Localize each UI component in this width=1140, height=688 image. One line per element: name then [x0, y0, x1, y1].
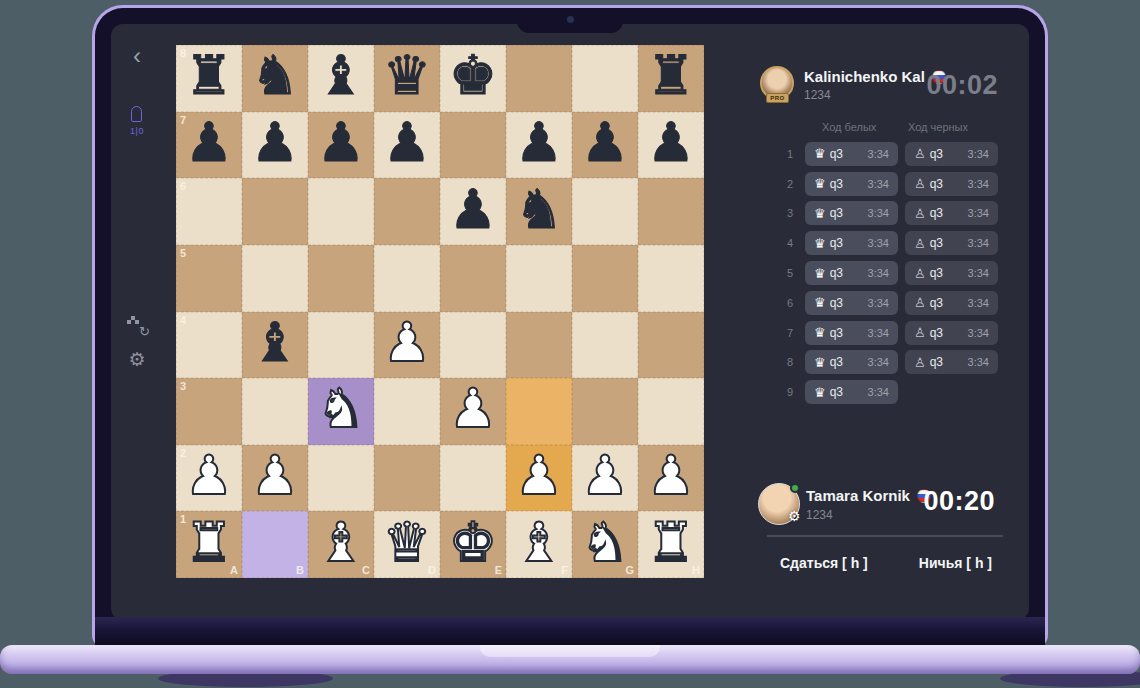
black-bishop: ♝	[317, 49, 365, 103]
white-move-2[interactable]: ♛q33:34	[805, 172, 898, 196]
move-text: q3	[830, 385, 843, 399]
white-move-1[interactable]: ♛q33:34	[805, 142, 898, 166]
move-list: 1♛q33:34♙q33:342♛q33:34♙q33:343♛q33:34♙q…	[783, 139, 998, 407]
time-control-label: 1|0	[122, 126, 152, 136]
pro-badge: PRO	[766, 93, 789, 103]
move-text: q3	[930, 147, 943, 161]
move-text: q3	[830, 296, 843, 310]
square-b7[interactable]: ♟	[242, 112, 308, 179]
square-b8[interactable]: ♞	[242, 45, 308, 112]
black-move-6[interactable]: ♙q33:34	[905, 291, 998, 315]
white-knight: ♞	[581, 516, 629, 570]
black-move-2[interactable]: ♙q33:34	[905, 172, 998, 196]
move-text: q3	[830, 147, 843, 161]
black-pawn: ♟	[185, 116, 233, 170]
square-f5[interactable]	[506, 245, 572, 312]
square-h3[interactable]	[638, 378, 704, 445]
back-button[interactable]: ‹	[126, 44, 148, 68]
move-text: q3	[930, 177, 943, 191]
move-time: 3:34	[968, 327, 989, 339]
square-g1[interactable]: G♞	[572, 511, 638, 578]
file-label: F	[561, 564, 568, 576]
file-label: G	[625, 564, 634, 576]
move-time: 3:34	[868, 207, 889, 219]
white-queen-icon: ♛	[814, 177, 826, 190]
square-e2[interactable]	[440, 445, 506, 512]
square-d6[interactable]	[374, 178, 440, 245]
move-row: 5♛q33:34♙q33:34	[783, 258, 998, 288]
move-number: 5	[783, 267, 797, 279]
black-move-5[interactable]: ♙q33:34	[905, 261, 998, 285]
black-pawn-icon: ♙	[914, 326, 926, 339]
square-h4[interactable]	[638, 312, 704, 379]
white-pawn: ♟	[251, 449, 299, 503]
move-time: 3:34	[868, 386, 889, 398]
move-number: 7	[783, 327, 797, 339]
move-time: 3:34	[868, 267, 889, 279]
square-a1[interactable]: 1A♜	[176, 511, 242, 578]
move-row: 7♛q33:34♙q33:34	[783, 318, 998, 348]
square-b6[interactable]	[242, 178, 308, 245]
square-c7[interactable]: ♟	[308, 112, 374, 179]
move-text: q3	[830, 206, 843, 220]
black-bishop: ♝	[251, 316, 299, 370]
square-c5[interactable]	[308, 245, 374, 312]
member-badge-icon: ⚙	[788, 508, 801, 524]
square-c2[interactable]	[308, 445, 374, 512]
black-pawn: ♟	[581, 116, 629, 170]
square-h5[interactable]	[638, 245, 704, 312]
square-f3[interactable]	[506, 378, 572, 445]
move-text: q3	[930, 266, 943, 280]
black-rook: ♜	[647, 49, 695, 103]
move-number: 8	[783, 356, 797, 368]
square-a7[interactable]: 7♟	[176, 112, 242, 179]
mini-board-icon	[127, 316, 139, 324]
move-text: q3	[830, 326, 843, 340]
draw-button[interactable]: Ничья [ h ]	[919, 555, 992, 571]
move-row: 4♛q33:34♙q33:34	[783, 228, 998, 258]
square-g2[interactable]: ♟	[572, 445, 638, 512]
chevron-left-icon: ‹	[133, 42, 141, 69]
file-label: H	[692, 564, 700, 576]
square-d8[interactable]: ♛	[374, 45, 440, 112]
move-text: q3	[830, 177, 843, 191]
black-pawn: ♟	[251, 116, 299, 170]
white-bishop: ♝	[317, 516, 365, 570]
black-pawn-icon: ♙	[914, 356, 926, 369]
black-move-8[interactable]: ♙q33:34	[905, 350, 998, 374]
rank-label: 2	[180, 447, 186, 459]
square-a8[interactable]: 8♜	[176, 45, 242, 112]
black-move-1[interactable]: ♙q33:34	[905, 142, 998, 166]
flip-board-button[interactable]: ↻	[127, 316, 147, 336]
square-h1[interactable]: H♜	[638, 511, 704, 578]
move-text: q3	[930, 355, 943, 369]
move-text: q3	[830, 355, 843, 369]
black-pawn: ♟	[383, 116, 431, 170]
laptop-notch	[517, 8, 623, 33]
black-moves-header: Ход черных	[908, 121, 968, 133]
black-pawn: ♟	[449, 183, 497, 237]
move-time: 3:34	[968, 237, 989, 249]
white-move-5[interactable]: ♛q33:34	[805, 261, 898, 285]
black-queen: ♛	[383, 49, 431, 103]
square-f8[interactable]	[506, 45, 572, 112]
black-knight: ♞	[251, 49, 299, 103]
move-time: 3:34	[868, 237, 889, 249]
move-text: q3	[930, 326, 943, 340]
square-c6[interactable]	[308, 178, 374, 245]
square-h8[interactable]: ♜	[638, 45, 704, 112]
file-label: A	[230, 564, 238, 576]
square-d2[interactable]	[374, 445, 440, 512]
white-moves-header: Ход белых	[822, 121, 876, 133]
black-pawn-icon: ♙	[914, 296, 926, 309]
square-f4[interactable]	[506, 312, 572, 379]
rank-label: 1	[180, 513, 186, 525]
rank-label: 3	[180, 380, 186, 392]
square-h6[interactable]	[638, 178, 704, 245]
square-f6[interactable]: ♞	[506, 178, 572, 245]
square-e1[interactable]: E♚	[440, 511, 506, 578]
resign-button[interactable]: Сдаться [ h ]	[780, 555, 868, 571]
move-time: 3:34	[968, 178, 989, 190]
square-e3[interactable]: ♟	[440, 378, 506, 445]
rank-label: 5	[180, 247, 186, 259]
move-text: q3	[830, 236, 843, 250]
black-pawn: ♟	[515, 116, 563, 170]
square-b3[interactable]	[242, 378, 308, 445]
move-number: 4	[783, 237, 797, 249]
white-move-8[interactable]: ♛q33:34	[805, 350, 898, 374]
file-label: D	[428, 564, 436, 576]
square-f7[interactable]: ♟	[506, 112, 572, 179]
white-pawn: ♟	[581, 449, 629, 503]
black-move-7[interactable]: ♙q33:34	[905, 321, 998, 345]
move-row: 6♛q33:34♙q33:34	[783, 288, 998, 318]
move-row: 3♛q33:34♙q33:34	[783, 199, 998, 229]
gear-icon: ⚙	[128, 349, 145, 370]
white-pawn: ♟	[185, 449, 233, 503]
laptop-mockup: ‹ 1|0 ↻ ⚙ 8♜♞♝♛♚♜7♟♟♟♟♟♟♟6♟♞54♝♟3♞♟2♟♟♟♟…	[0, 0, 1140, 688]
laptop-lid-scoop	[480, 645, 660, 657]
move-time: 3:34	[868, 148, 889, 160]
white-pawn: ♟	[647, 449, 695, 503]
rank-label: 6	[180, 180, 186, 192]
square-g5[interactable]	[572, 245, 638, 312]
square-b5[interactable]	[242, 245, 308, 312]
black-knight: ♞	[515, 183, 563, 237]
square-g3[interactable]	[572, 378, 638, 445]
move-time: 3:34	[868, 356, 889, 368]
rank-label: 4	[180, 314, 186, 326]
move-text: q3	[930, 296, 943, 310]
online-status-dot	[790, 483, 800, 493]
white-king: ♚	[449, 516, 497, 570]
white-bishop: ♝	[515, 516, 563, 570]
white-move-7[interactable]: ♛q33:34	[805, 321, 898, 345]
move-text: q3	[930, 236, 943, 250]
bottom-player-rating: 1234	[806, 508, 833, 522]
white-rook: ♜	[647, 516, 695, 570]
square-g4[interactable]	[572, 312, 638, 379]
white-knight: ♞	[317, 382, 365, 436]
white-move-6[interactable]: ♛q33:34	[805, 291, 898, 315]
settings-button[interactable]: ⚙	[126, 350, 148, 370]
square-a2[interactable]: 2♟	[176, 445, 242, 512]
move-text: q3	[930, 206, 943, 220]
move-time: 3:34	[968, 148, 989, 160]
square-d1[interactable]: D♛	[374, 511, 440, 578]
move-number: 3	[783, 207, 797, 219]
white-queen-icon: ♛	[814, 147, 826, 160]
white-queen-icon: ♛	[814, 207, 826, 220]
webcam-icon	[567, 16, 574, 23]
black-move-3[interactable]: ♙q33:34	[905, 201, 998, 225]
move-number: 6	[783, 297, 797, 309]
square-d7[interactable]: ♟	[374, 112, 440, 179]
black-pawn-icon: ♙	[914, 207, 926, 220]
square-e5[interactable]	[440, 245, 506, 312]
black-pawn-icon: ♙	[914, 267, 926, 280]
white-pawn: ♟	[449, 382, 497, 436]
rank-label: 7	[180, 114, 186, 126]
white-queen-icon: ♛	[814, 237, 826, 250]
white-move-9[interactable]: ♛q33:34	[805, 380, 898, 404]
white-queen-icon: ♛	[814, 296, 826, 309]
move-row: 2♛q33:34♙q33:34	[783, 169, 998, 199]
rotate-arrow-icon: ↻	[139, 324, 150, 339]
file-label: B	[296, 564, 304, 576]
move-text: q3	[830, 266, 843, 280]
chess-board[interactable]: 8♜♞♝♛♚♜7♟♟♟♟♟♟♟6♟♞54♝♟3♞♟2♟♟♟♟♟1A♜BC♝D♛E…	[176, 45, 704, 578]
laptop-hinge	[95, 617, 1045, 645]
rank-label: 8	[180, 47, 186, 59]
white-queen-icon: ♛	[814, 326, 826, 339]
move-time: 3:34	[968, 297, 989, 309]
square-c8[interactable]: ♝	[308, 45, 374, 112]
square-f1[interactable]: F♝	[506, 511, 572, 578]
square-e6[interactable]: ♟	[440, 178, 506, 245]
square-a6[interactable]: 6	[176, 178, 242, 245]
move-time: 3:34	[868, 297, 889, 309]
square-b1[interactable]: B	[242, 511, 308, 578]
square-d5[interactable]	[374, 245, 440, 312]
file-label: C	[362, 564, 370, 576]
black-pawn-icon: ♙	[914, 237, 926, 250]
black-pawn-icon: ♙	[914, 177, 926, 190]
white-queen: ♛	[383, 516, 431, 570]
move-time: 3:34	[968, 267, 989, 279]
black-pawn: ♟	[647, 116, 695, 170]
white-move-3[interactable]: ♛q33:34	[805, 201, 898, 225]
move-row: 8♛q33:34♙q33:34	[783, 348, 998, 378]
panel-divider	[767, 535, 1003, 537]
move-time: 3:34	[868, 178, 889, 190]
square-b4[interactable]: ♝	[242, 312, 308, 379]
black-pawn: ♟	[317, 116, 365, 170]
square-g7[interactable]: ♟	[572, 112, 638, 179]
move-number: 2	[783, 178, 797, 190]
black-move-4[interactable]: ♙q33:34	[905, 231, 998, 255]
square-d3[interactable]	[374, 378, 440, 445]
white-queen-icon: ♛	[814, 356, 826, 369]
file-label: E	[495, 564, 502, 576]
square-g6[interactable]	[572, 178, 638, 245]
square-c3[interactable]: ♞	[308, 378, 374, 445]
square-c1[interactable]: C♝	[308, 511, 374, 578]
square-d4[interactable]: ♟	[374, 312, 440, 379]
top-player-rating: 1234	[804, 88, 831, 102]
black-rook: ♜	[185, 49, 233, 103]
bottom-player-clock: 00:20	[895, 486, 995, 517]
square-h2[interactable]: ♟	[638, 445, 704, 512]
square-e4[interactable]	[440, 312, 506, 379]
move-time: 3:34	[968, 207, 989, 219]
move-number: 1	[783, 148, 797, 160]
move-time: 3:34	[968, 356, 989, 368]
square-g8[interactable]	[572, 45, 638, 112]
game-actions: Сдаться [ h ] Ничья [ h ]	[780, 555, 992, 571]
white-pawn: ♟	[383, 316, 431, 370]
move-number: 9	[783, 386, 797, 398]
top-player-clock: 00:02	[898, 70, 998, 101]
move-row: 9♛q33:34	[783, 377, 998, 407]
white-move-4[interactable]: ♛q33:34	[805, 231, 898, 255]
square-c4[interactable]	[308, 312, 374, 379]
black-pawn-icon: ♙	[914, 147, 926, 160]
white-queen-icon: ♛	[814, 267, 826, 280]
white-rook: ♜	[185, 516, 233, 570]
white-queen-icon: ♛	[814, 386, 826, 399]
square-e8[interactable]: ♚	[440, 45, 506, 112]
square-b2[interactable]: ♟	[242, 445, 308, 512]
square-f2[interactable]: ♟	[506, 445, 572, 512]
move-row: 1♛q33:34♙q33:34	[783, 139, 998, 169]
square-h7[interactable]: ♟	[638, 112, 704, 179]
square-a4[interactable]: 4	[176, 312, 242, 379]
black-king: ♚	[449, 49, 497, 103]
move-time: 3:34	[868, 327, 889, 339]
white-pawn: ♟	[515, 449, 563, 503]
square-a5[interactable]: 5	[176, 245, 242, 312]
bullet-time-icon	[131, 106, 142, 122]
square-e7[interactable]	[440, 112, 506, 179]
square-a3[interactable]: 3	[176, 378, 242, 445]
